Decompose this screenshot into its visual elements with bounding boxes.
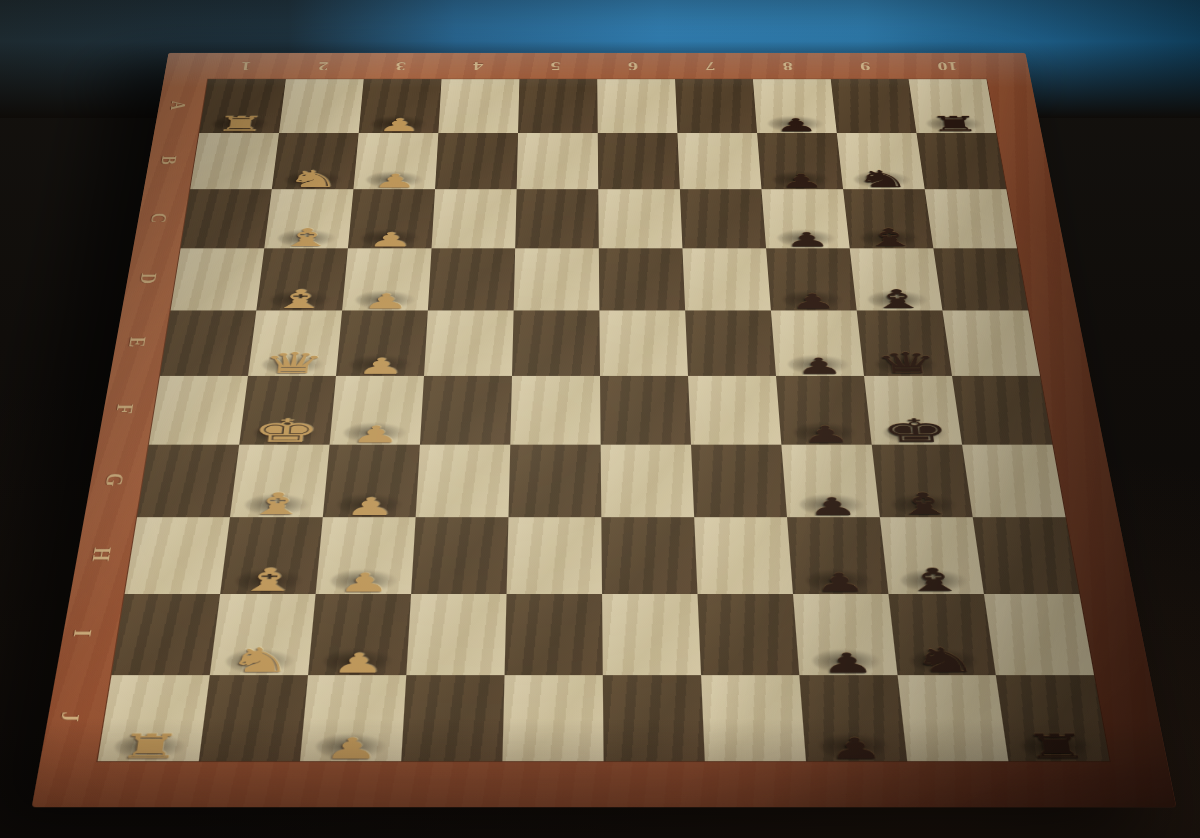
square-3E: ♟ xyxy=(336,310,428,375)
white-pawn: ♟ xyxy=(344,495,397,520)
square-2B: ♞ xyxy=(272,133,359,189)
square-5E xyxy=(512,310,600,375)
square-2E: ♛ xyxy=(248,310,342,375)
square-9H: ♝ xyxy=(880,517,984,594)
square-10E xyxy=(942,310,1040,375)
square-6I xyxy=(602,594,701,675)
square-4J xyxy=(401,675,504,761)
square-7E xyxy=(685,310,776,375)
black-pawn: ♟ xyxy=(812,570,867,596)
square-2J xyxy=(199,675,308,761)
square-10J: ♜ xyxy=(996,675,1110,761)
black-queen: ♛ xyxy=(873,349,939,378)
white-queen: ♛ xyxy=(260,349,326,378)
square-9I: ♞ xyxy=(888,594,995,675)
square-10D xyxy=(933,248,1028,310)
square-4C xyxy=(432,189,517,248)
square-4D xyxy=(428,248,515,310)
piece-shadow xyxy=(900,569,970,592)
piece-shadow xyxy=(819,733,892,759)
square-7H xyxy=(694,517,793,594)
black-bishop: ♝ xyxy=(892,489,958,519)
square-1G xyxy=(137,445,239,518)
file-label-g: G xyxy=(99,473,128,486)
black-bishop: ♝ xyxy=(868,286,929,312)
rank-label-3: 3 xyxy=(395,59,406,73)
square-8H: ♟ xyxy=(787,517,888,594)
square-6J xyxy=(603,675,705,761)
square-6G xyxy=(601,445,695,518)
piece-shadow xyxy=(337,494,403,516)
square-10F xyxy=(952,376,1052,445)
rank-label-9: 9 xyxy=(859,59,871,73)
square-3A: ♟ xyxy=(359,79,442,133)
piece-shadow xyxy=(909,649,981,674)
square-10H xyxy=(973,517,1080,594)
square-4B xyxy=(435,133,518,189)
piece-shadow xyxy=(330,569,398,592)
square-6D xyxy=(599,248,685,310)
file-label-h: H xyxy=(86,547,116,561)
square-1J: ♜ xyxy=(98,675,210,761)
white-rook: ♜ xyxy=(214,80,264,136)
square-5G xyxy=(508,445,601,518)
square-5B xyxy=(517,133,599,189)
black-pawn: ♟ xyxy=(794,355,844,377)
square-3G: ♟ xyxy=(323,445,420,518)
square-2G: ♝ xyxy=(230,445,330,518)
square-5D xyxy=(514,248,600,310)
square-4H xyxy=(411,517,508,594)
piece-shadow xyxy=(1019,733,1094,759)
white-pawn: ♟ xyxy=(330,650,386,677)
square-3C: ♟ xyxy=(348,189,435,248)
square-7B xyxy=(677,133,761,189)
file-label-e: E xyxy=(123,337,150,347)
square-2F: ♚ xyxy=(239,376,336,445)
square-10B xyxy=(916,133,1006,189)
square-5I xyxy=(505,594,603,675)
file-label-a: A xyxy=(166,101,191,110)
black-knight: ♞ xyxy=(910,644,980,678)
square-8F: ♟ xyxy=(776,376,872,445)
square-6C xyxy=(598,189,682,248)
square-6F xyxy=(600,376,691,445)
piece-shadow xyxy=(323,649,393,674)
file-label-c: C xyxy=(146,213,172,223)
rank-label-2: 2 xyxy=(318,59,330,73)
black-pawn: ♟ xyxy=(789,291,838,312)
rank-label-8: 8 xyxy=(782,59,793,73)
black-rook: ♜ xyxy=(928,114,982,135)
square-3J: ♟ xyxy=(300,675,406,761)
white-pawn: ♟ xyxy=(356,355,406,377)
square-9J xyxy=(898,675,1009,761)
file-label-b: B xyxy=(155,156,180,165)
square-5H xyxy=(507,517,602,594)
white-bishop: ♝ xyxy=(270,286,330,312)
square-10G xyxy=(962,445,1065,518)
square-8C: ♟ xyxy=(761,189,849,248)
square-7G xyxy=(691,445,787,518)
square-5J xyxy=(502,675,603,761)
piece-shadow xyxy=(244,494,311,516)
black-pawn: ♟ xyxy=(778,172,825,191)
square-4F xyxy=(420,376,512,445)
white-rook: ♜ xyxy=(116,730,184,763)
square-4G xyxy=(416,445,511,518)
board-grid: ♜♟♟♜♞♟♟♞♝♟♟♝♝♟♟♝♛♟♟♛♚♟♟♚♝♟♟♝♝♟♟♝♞♟♟♞♜♟♟♜ xyxy=(98,79,1110,761)
square-10C xyxy=(925,189,1017,248)
square-7I xyxy=(698,594,800,675)
square-8B: ♟ xyxy=(757,133,843,189)
square-3F: ♟ xyxy=(330,376,424,445)
piece-shadow xyxy=(253,422,318,443)
piece-shadow xyxy=(113,733,187,759)
black-pawn: ♟ xyxy=(806,495,859,520)
square-2D: ♝ xyxy=(256,248,348,310)
white-pawn: ♟ xyxy=(372,172,418,191)
square-8A: ♟ xyxy=(753,79,837,133)
white-pawn: ♟ xyxy=(350,423,401,446)
white-knight: ♞ xyxy=(226,644,295,678)
black-knight: ♞ xyxy=(854,168,912,191)
white-pawn: ♟ xyxy=(337,570,391,596)
square-5A xyxy=(518,79,598,133)
square-9F: ♚ xyxy=(864,376,962,445)
piece-shadow xyxy=(235,569,304,592)
rank-label-1: 1 xyxy=(240,59,252,73)
square-10A: ♜ xyxy=(909,79,997,133)
square-1C xyxy=(181,189,272,248)
black-pawn: ♟ xyxy=(783,230,831,250)
square-1I xyxy=(112,594,221,675)
square-2A xyxy=(279,79,364,133)
black-rook: ♜ xyxy=(1022,730,1091,763)
white-bishop: ♝ xyxy=(278,226,337,250)
rank-label-10: 10 xyxy=(936,59,958,73)
black-pawn: ♟ xyxy=(826,734,884,763)
rank-label-4: 4 xyxy=(473,59,484,73)
square-10I xyxy=(984,594,1094,675)
square-7F xyxy=(688,376,781,445)
square-4A xyxy=(438,79,519,133)
square-9C: ♝ xyxy=(843,189,933,248)
square-3I: ♟ xyxy=(308,594,411,675)
square-1D xyxy=(171,248,265,310)
piece-shadow xyxy=(805,569,874,592)
black-bishop: ♝ xyxy=(861,226,920,250)
black-pawn: ♟ xyxy=(819,650,875,677)
square-7C xyxy=(680,189,766,248)
square-5C xyxy=(515,189,599,248)
square-9B: ♞ xyxy=(837,133,925,189)
rank-label-6: 6 xyxy=(628,59,638,73)
square-1B xyxy=(190,133,279,189)
square-6H xyxy=(601,517,697,594)
black-pawn: ♟ xyxy=(774,116,819,134)
scene: ♜♟♟♜♞♟♟♞♝♟♟♝♝♟♟♝♛♟♟♛♚♟♟♚♝♟♟♝♝♟♟♝♞♟♟♞♜♟♟♜… xyxy=(0,0,1200,838)
piece-shadow xyxy=(799,494,866,516)
white-bishop: ♝ xyxy=(236,564,303,596)
piece-shadow xyxy=(343,422,408,443)
black-king: ♚ xyxy=(879,415,951,447)
white-pawn: ♟ xyxy=(323,734,381,763)
black-pawn: ♟ xyxy=(800,423,852,446)
square-4I xyxy=(406,594,506,675)
square-2I: ♞ xyxy=(210,594,316,675)
square-8I: ♟ xyxy=(793,594,898,675)
square-9G: ♝ xyxy=(872,445,973,518)
square-1E xyxy=(160,310,256,375)
square-5F xyxy=(510,376,600,445)
rank-label-7: 7 xyxy=(705,59,716,73)
square-8D: ♟ xyxy=(766,248,857,310)
square-7D xyxy=(682,248,770,310)
white-bishop: ♝ xyxy=(245,489,310,519)
square-7A xyxy=(675,79,757,133)
square-9A xyxy=(831,79,917,133)
piece-shadow xyxy=(812,649,883,674)
square-9D: ♝ xyxy=(850,248,943,310)
file-label-i: I xyxy=(68,629,98,636)
white-king: ♚ xyxy=(250,415,321,447)
piece-shadow xyxy=(891,494,959,516)
square-3D: ♟ xyxy=(342,248,431,310)
square-1F xyxy=(149,376,248,445)
square-2H: ♝ xyxy=(220,517,323,594)
white-pawn: ♟ xyxy=(376,116,421,134)
black-bishop: ♝ xyxy=(901,564,969,596)
square-4E xyxy=(424,310,514,375)
square-1H xyxy=(125,517,230,594)
white-pawn: ♟ xyxy=(367,230,414,250)
file-label-j: J xyxy=(54,712,85,722)
square-7J xyxy=(701,675,806,761)
square-6A xyxy=(597,79,677,133)
square-3H: ♟ xyxy=(316,517,416,594)
square-8E: ♟ xyxy=(771,310,864,375)
piece-shadow xyxy=(315,733,388,759)
piece-shadow xyxy=(883,422,949,443)
rank-label-5: 5 xyxy=(550,59,560,73)
chess-board-frame: ♜♟♟♜♞♟♟♞♝♟♟♝♝♟♟♝♛♟♟♛♚♟♟♚♝♟♟♝♝♟♟♝♞♟♟♞♜♟♟♜… xyxy=(32,53,1177,807)
file-label-f: F xyxy=(110,404,138,414)
square-2C: ♝ xyxy=(264,189,353,248)
piece-shadow xyxy=(793,422,858,443)
square-8J: ♟ xyxy=(799,675,907,761)
square-3B: ♟ xyxy=(353,133,438,189)
square-8G: ♟ xyxy=(781,445,879,518)
square-6B xyxy=(598,133,680,189)
file-label-d: D xyxy=(135,273,162,284)
square-9E: ♛ xyxy=(857,310,952,375)
piece-shadow xyxy=(225,649,296,674)
square-1A: ♜ xyxy=(199,79,286,133)
white-pawn: ♟ xyxy=(361,291,410,312)
square-6E xyxy=(599,310,688,375)
white-knight: ♞ xyxy=(285,168,342,191)
